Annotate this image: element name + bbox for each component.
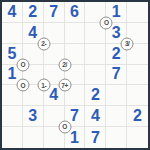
cell-r7c4-given: 1 <box>65 127 86 148</box>
given-digit: 5 <box>7 46 16 62</box>
given-digit: 1 <box>70 130 79 146</box>
cell-r6c6[interactable] <box>106 106 127 127</box>
given-digit: 1 <box>112 4 121 20</box>
cell-r1c3-given: 7 <box>44 2 65 23</box>
cell-r5c1[interactable] <box>2 85 23 106</box>
cell-r6c4-given: 7 <box>65 106 86 127</box>
cell-r1c6-given: 1 <box>106 2 127 23</box>
cell-r5c2[interactable] <box>23 85 44 106</box>
given-digit: 4 <box>28 25 37 41</box>
cell-r1c2-given: 2 <box>23 2 44 23</box>
cell-r3c5[interactable] <box>85 44 106 65</box>
cell-r2c7[interactable] <box>127 23 148 44</box>
given-digit: 3 <box>112 25 121 41</box>
cell-r5c4[interactable] <box>65 85 86 106</box>
given-digit: 4 <box>7 4 16 20</box>
given-digit: 6 <box>70 4 79 20</box>
cell-r7c3[interactable] <box>44 127 65 148</box>
cell-r4c6-given: 7 <box>106 65 127 86</box>
mathrax-board-wrap: 4276143521742374217 O2-3/O2/O1-7+O <box>0 0 150 150</box>
cell-r5c3-given: 4 <box>44 85 65 106</box>
cell-r5c6[interactable] <box>106 85 127 106</box>
cell-r3c6-given: 2 <box>106 44 127 65</box>
given-digit: 2 <box>133 108 142 124</box>
given-digit: 7 <box>112 66 121 82</box>
cell-r7c6[interactable] <box>106 127 127 148</box>
cell-r2c4[interactable] <box>65 23 86 44</box>
cell-r2c1[interactable] <box>2 23 23 44</box>
cell-r7c1[interactable] <box>2 127 23 148</box>
cell-r1c7[interactable] <box>127 2 148 23</box>
cell-r7c2[interactable] <box>23 127 44 148</box>
cell-r2c5[interactable] <box>85 23 106 44</box>
cell-r4c7[interactable] <box>127 65 148 86</box>
cell-r3c3[interactable] <box>44 44 65 65</box>
given-digit: 2 <box>28 4 37 20</box>
given-digit: 7 <box>91 130 100 146</box>
cell-r2c2-given: 4 <box>23 23 44 44</box>
cell-r3c7[interactable] <box>127 44 148 65</box>
cell-r4c5[interactable] <box>85 65 106 86</box>
cell-r1c4-given: 6 <box>65 2 86 23</box>
cell-r6c2-given: 3 <box>23 106 44 127</box>
cell-r1c1-given: 4 <box>2 2 23 23</box>
cell-r3c4[interactable] <box>65 44 86 65</box>
cell-r6c3[interactable] <box>44 106 65 127</box>
cell-r6c5-given: 4 <box>85 106 106 127</box>
given-digit: 3 <box>28 108 37 124</box>
cell-r4c1-given: 1 <box>2 65 23 86</box>
given-digit: 2 <box>112 46 121 62</box>
mathrax-board: 4276143521742374217 <box>0 0 150 150</box>
cell-r3c1-given: 5 <box>2 44 23 65</box>
cell-r7c7[interactable] <box>127 127 148 148</box>
cell-r3c2[interactable] <box>23 44 44 65</box>
given-digit: 4 <box>91 108 100 124</box>
cell-r6c7-given: 2 <box>127 106 148 127</box>
given-digit: 1 <box>7 66 16 82</box>
cell-r4c3[interactable] <box>44 65 65 86</box>
cell-r2c6-given: 3 <box>106 23 127 44</box>
cell-r5c5-given: 2 <box>85 85 106 106</box>
cell-r5c7[interactable] <box>127 85 148 106</box>
cell-r1c5[interactable] <box>85 2 106 23</box>
cell-r6c1[interactable] <box>2 106 23 127</box>
cell-r7c5-given: 7 <box>85 127 106 148</box>
cell-r2c3[interactable] <box>44 23 65 44</box>
cell-r4c4[interactable] <box>65 65 86 86</box>
given-digit: 7 <box>49 4 58 20</box>
given-digit: 7 <box>70 108 79 124</box>
given-digit: 4 <box>49 87 58 103</box>
cell-r4c2[interactable] <box>23 65 44 86</box>
given-digit: 2 <box>91 87 100 103</box>
